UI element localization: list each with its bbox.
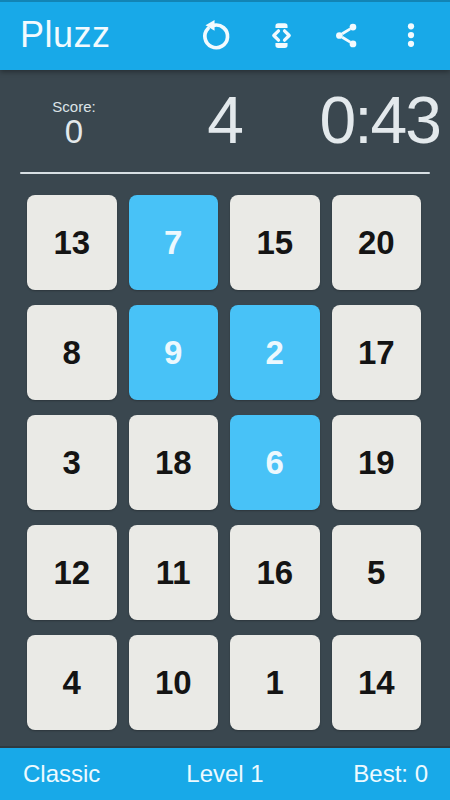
tile-5[interactable]: 5 [332,525,422,620]
share-icon[interactable] [328,17,364,53]
tile-6[interactable]: 6 [230,415,320,510]
tile-11[interactable]: 11 [129,525,219,620]
tile-12[interactable]: 12 [27,525,117,620]
toolbar-icons [198,17,450,53]
app-title: Pluzz [0,0,198,70]
tile-3[interactable]: 3 [27,415,117,510]
timer: 0:43 [320,85,440,155]
developer-mode-icon[interactable] [263,17,299,53]
tile-10[interactable]: 10 [129,635,219,730]
tile-2[interactable]: 2 [230,305,320,400]
tile-1[interactable]: 1 [230,635,320,730]
overflow-menu-icon[interactable] [393,17,429,53]
tile-8[interactable]: 8 [27,305,117,400]
board: 1371520892173186191211165410114 [0,190,450,730]
tile-17[interactable]: 17 [332,305,422,400]
tile-18[interactable]: 18 [129,415,219,510]
tile-7[interactable]: 7 [129,195,219,290]
tile-15[interactable]: 15 [230,195,320,290]
tile-9[interactable]: 9 [129,305,219,400]
rotate-left-icon[interactable] [198,17,234,53]
tile-4[interactable]: 4 [27,635,117,730]
tile-14[interactable]: 14 [332,635,422,730]
best-score-label: Best: 0 [353,748,428,800]
bottom-bar: Classic Level 1 Best: 0 [0,748,450,800]
tile-16[interactable]: 16 [230,525,320,620]
scoreboard: Score: 0 4 0:43 [0,70,450,190]
app-bar: Pluzz [0,0,450,70]
tile-13[interactable]: 13 [27,195,117,290]
tile-20[interactable]: 20 [332,195,422,290]
tile-19[interactable]: 19 [332,415,422,510]
pluzz-app-screen: Pluzz [0,0,450,800]
header-separator [20,172,430,174]
